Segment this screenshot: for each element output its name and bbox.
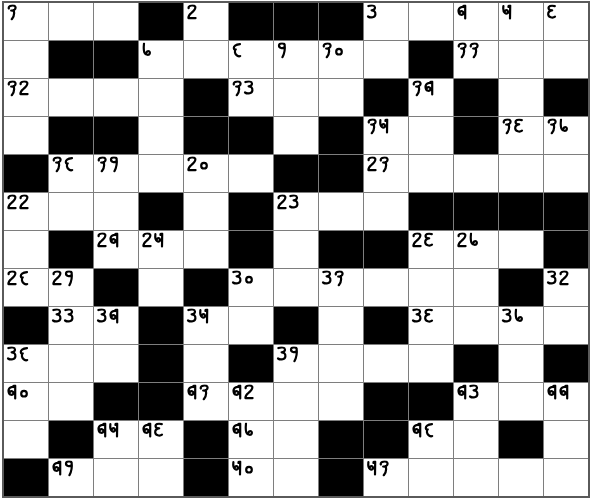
white-cell-r7c10[interactable] xyxy=(409,231,453,268)
black-cell-r13c8 xyxy=(319,459,363,496)
black-cell-r3c13 xyxy=(544,79,588,116)
black-cell-r9c7 xyxy=(274,307,318,344)
black-cell-r1c6 xyxy=(229,3,273,40)
devanagari-digit-7 xyxy=(243,422,255,439)
white-cell-r2c4[interactable] xyxy=(139,41,183,78)
devanagari-digit-4 xyxy=(108,232,120,249)
white-cell-r10c8[interactable] xyxy=(319,345,363,382)
black-cell-r6c13 xyxy=(544,193,588,230)
white-cell-r10c7[interactable] xyxy=(274,345,318,382)
white-cell-r5c11[interactable] xyxy=(454,155,498,192)
white-cell-r7c4[interactable] xyxy=(139,231,183,268)
black-cell-r4c3 xyxy=(94,117,138,154)
devanagari-digit-6 xyxy=(513,118,525,135)
white-cell-r4c13[interactable] xyxy=(544,117,588,154)
black-cell-r5c7 xyxy=(274,155,318,192)
white-cell-r6c7[interactable] xyxy=(274,193,318,230)
devanagari-digit-4 xyxy=(231,422,243,439)
white-cell-r1c10[interactable] xyxy=(409,3,453,40)
white-cell-r2c11[interactable] xyxy=(454,41,498,78)
white-cell-r8c6[interactable] xyxy=(229,269,273,306)
white-cell-r3c8[interactable] xyxy=(319,79,363,116)
white-cell-r7c7[interactable] xyxy=(274,231,318,268)
devanagari-digit-2 xyxy=(276,194,288,211)
white-cell-r6c9[interactable] xyxy=(364,193,408,230)
white-cell-r7c1[interactable] xyxy=(4,231,48,268)
white-cell-r13c7[interactable] xyxy=(274,459,318,496)
devanagari-digit-8 xyxy=(18,346,30,363)
devanagari-digit-1 xyxy=(378,156,390,173)
devanagari-digit-4 xyxy=(6,384,18,401)
black-cell-r6c10 xyxy=(409,193,453,230)
devanagari-digit-1 xyxy=(456,42,468,59)
white-cell-r5c3[interactable] xyxy=(94,155,138,192)
white-cell-r4c1[interactable] xyxy=(4,117,48,154)
black-cell-r7c9 xyxy=(364,231,408,268)
clue-number-36 xyxy=(411,308,435,325)
white-cell-r5c5[interactable] xyxy=(184,155,228,192)
white-cell-r2c8[interactable] xyxy=(319,41,363,78)
devanagari-digit-2 xyxy=(18,80,30,97)
black-cell-r3c5 xyxy=(184,79,228,116)
devanagari-digit-5 xyxy=(153,232,165,249)
black-cell-r11c3 xyxy=(94,383,138,420)
clue-number-10 xyxy=(321,42,345,59)
white-cell-r11c2[interactable] xyxy=(49,383,93,420)
devanagari-digit-4 xyxy=(108,308,120,325)
devanagari-digit-5 xyxy=(231,460,243,477)
white-cell-r3c12[interactable] xyxy=(499,79,543,116)
clue-number-1 xyxy=(6,4,18,21)
black-cell-r12c12 xyxy=(499,421,543,458)
white-cell-r4c9[interactable] xyxy=(364,117,408,154)
devanagari-digit-1 xyxy=(333,270,345,287)
devanagari-digit-5 xyxy=(501,4,513,21)
devanagari-digit-3 xyxy=(501,308,513,325)
black-cell-r8c3 xyxy=(94,269,138,306)
devanagari-digit-5 xyxy=(108,422,120,439)
devanagari-digit-2 xyxy=(6,270,18,287)
white-cell-r8c11[interactable] xyxy=(454,269,498,306)
white-cell-r3c3[interactable] xyxy=(94,79,138,116)
devanagari-digit-9 xyxy=(288,346,300,363)
devanagari-digit-0 xyxy=(243,460,255,477)
white-cell-r1c12[interactable] xyxy=(499,3,543,40)
white-cell-r8c8[interactable] xyxy=(319,269,363,306)
devanagari-digit-3 xyxy=(6,346,18,363)
black-cell-r4c2 xyxy=(49,117,93,154)
clue-number-49 xyxy=(51,460,75,477)
devanagari-digit-2 xyxy=(51,270,63,287)
white-cell-r11c12[interactable] xyxy=(499,383,543,420)
white-cell-r11c6[interactable] xyxy=(229,383,273,420)
clue-number-42 xyxy=(231,384,255,401)
black-cell-r3c11 xyxy=(454,79,498,116)
black-cell-r4c6 xyxy=(229,117,273,154)
white-cell-r5c10[interactable] xyxy=(409,155,453,192)
white-cell-r1c2[interactable] xyxy=(49,3,93,40)
devanagari-digit-9 xyxy=(108,156,120,173)
clue-number-51 xyxy=(366,460,390,477)
black-cell-r6c12 xyxy=(499,193,543,230)
white-cell-r1c5[interactable] xyxy=(184,3,228,40)
white-cell-r2c13[interactable] xyxy=(544,41,588,78)
black-cell-r11c10 xyxy=(409,383,453,420)
white-cell-r10c10[interactable] xyxy=(409,345,453,382)
white-cell-r4c4[interactable] xyxy=(139,117,183,154)
clue-number-14 xyxy=(411,80,435,97)
white-cell-r5c9[interactable] xyxy=(364,155,408,192)
devanagari-digit-1 xyxy=(411,80,423,97)
clue-number-31 xyxy=(321,270,345,287)
devanagari-digit-4 xyxy=(411,422,423,439)
devanagari-digit-1 xyxy=(378,460,390,477)
clue-number-11 xyxy=(456,42,480,59)
clue-number-15 xyxy=(366,118,390,135)
white-cell-r4c10[interactable] xyxy=(409,117,453,154)
devanagari-digit-1 xyxy=(231,80,243,97)
devanagari-digit-8 xyxy=(18,270,30,287)
white-cell-r7c11[interactable] xyxy=(454,231,498,268)
white-cell-r7c3[interactable] xyxy=(94,231,138,268)
devanagari-digit-2 xyxy=(141,232,153,249)
white-cell-r13c11[interactable] xyxy=(454,459,498,496)
white-cell-r5c13[interactable] xyxy=(544,155,588,192)
devanagari-digit-8 xyxy=(231,42,243,59)
devanagari-digit-1 xyxy=(366,118,378,135)
black-cell-r13c1 xyxy=(4,459,48,496)
devanagari-digit-7 xyxy=(513,308,525,325)
white-cell-r12c10[interactable] xyxy=(409,421,453,458)
white-cell-r9c8[interactable] xyxy=(319,307,363,344)
devanagari-digit-2 xyxy=(96,232,108,249)
devanagari-digit-8 xyxy=(423,422,435,439)
clue-number-20 xyxy=(186,156,210,173)
black-cell-r6c6 xyxy=(229,193,273,230)
devanagari-digit-2 xyxy=(366,156,378,173)
white-cell-r2c9[interactable] xyxy=(364,41,408,78)
black-cell-r10c4 xyxy=(139,345,183,382)
white-cell-r12c4[interactable] xyxy=(139,421,183,458)
clue-number-34 xyxy=(96,308,120,325)
white-cell-r13c9[interactable] xyxy=(364,459,408,496)
devanagari-digit-1 xyxy=(51,156,63,173)
devanagari-digit-8 xyxy=(63,156,75,173)
white-cell-r11c5[interactable] xyxy=(184,383,228,420)
white-cell-r12c13[interactable] xyxy=(544,421,588,458)
devanagari-digit-6 xyxy=(423,232,435,249)
white-cell-r10c12[interactable] xyxy=(499,345,543,382)
devanagari-digit-1 xyxy=(6,4,18,21)
white-cell-r13c4[interactable] xyxy=(139,459,183,496)
white-cell-r1c13[interactable] xyxy=(544,3,588,40)
devanagari-digit-1 xyxy=(96,156,108,173)
devanagari-digit-1 xyxy=(198,384,210,401)
devanagari-digit-2 xyxy=(18,194,30,211)
clue-number-26 xyxy=(411,232,435,249)
devanagari-digit-7 xyxy=(558,118,570,135)
clue-number-39 xyxy=(276,346,300,363)
black-cell-r8c5 xyxy=(184,269,228,306)
white-cell-r12c7[interactable] xyxy=(274,421,318,458)
clue-number-33 xyxy=(51,308,75,325)
white-cell-r6c5[interactable] xyxy=(184,193,228,230)
white-cell-r3c2[interactable] xyxy=(49,79,93,116)
white-cell-r7c12[interactable] xyxy=(499,231,543,268)
white-cell-r7c5[interactable] xyxy=(184,231,228,268)
black-cell-r4c11 xyxy=(454,117,498,154)
white-cell-r13c2[interactable] xyxy=(49,459,93,496)
white-cell-r8c10[interactable] xyxy=(409,269,453,306)
clue-number-25 xyxy=(141,232,165,249)
devanagari-digit-3 xyxy=(546,270,558,287)
white-cell-r3c1[interactable] xyxy=(4,79,48,116)
black-cell-r9c9 xyxy=(364,307,408,344)
devanagari-digit-4 xyxy=(186,384,198,401)
devanagari-digit-3 xyxy=(243,80,255,97)
black-cell-r13c5 xyxy=(184,459,228,496)
devanagari-digit-2 xyxy=(411,232,423,249)
white-cell-r6c3[interactable] xyxy=(94,193,138,230)
black-cell-r7c13 xyxy=(544,231,588,268)
white-cell-r8c4[interactable] xyxy=(139,269,183,306)
white-cell-r9c2[interactable] xyxy=(49,307,93,344)
devanagari-digit-3 xyxy=(468,384,480,401)
devanagari-digit-3 xyxy=(411,308,423,325)
white-cell-r4c7[interactable] xyxy=(274,117,318,154)
white-cell-r3c7[interactable] xyxy=(274,79,318,116)
devanagari-digit-3 xyxy=(63,308,75,325)
white-cell-r10c5[interactable] xyxy=(184,345,228,382)
black-cell-r12c9 xyxy=(364,421,408,458)
clue-number-50 xyxy=(231,460,255,477)
black-cell-r1c8 xyxy=(319,3,363,40)
white-cell-r11c13[interactable] xyxy=(544,383,588,420)
white-cell-r11c7[interactable] xyxy=(274,383,318,420)
devanagari-digit-2 xyxy=(456,232,468,249)
black-cell-r4c8 xyxy=(319,117,363,154)
clue-number-6 xyxy=(546,4,558,21)
white-cell-r6c1[interactable] xyxy=(4,193,48,230)
white-cell-r8c9[interactable] xyxy=(364,269,408,306)
white-cell-r12c11[interactable] xyxy=(454,421,498,458)
white-cell-r13c10[interactable] xyxy=(409,459,453,496)
devanagari-digit-1 xyxy=(321,42,333,59)
white-cell-r10c9[interactable] xyxy=(364,345,408,382)
black-cell-r11c9 xyxy=(364,383,408,420)
clue-number-16 xyxy=(501,118,525,135)
black-cell-r7c6 xyxy=(229,231,273,268)
white-cell-r9c6[interactable] xyxy=(229,307,273,344)
devanagari-digit-4 xyxy=(423,80,435,97)
white-cell-r5c2[interactable] xyxy=(49,155,93,192)
white-cell-r6c2[interactable] xyxy=(49,193,93,230)
devanagari-digit-5 xyxy=(198,308,210,325)
devanagari-digit-3 xyxy=(366,4,378,21)
black-cell-r2c3 xyxy=(94,41,138,78)
clue-number-38 xyxy=(6,346,30,363)
devanagari-digit-9 xyxy=(276,42,288,59)
devanagari-digit-3 xyxy=(96,308,108,325)
devanagari-digit-4 xyxy=(51,460,63,477)
devanagari-digit-2 xyxy=(558,270,570,287)
devanagari-digit-1 xyxy=(6,80,18,97)
white-cell-r11c8[interactable] xyxy=(319,383,363,420)
devanagari-digit-3 xyxy=(321,270,333,287)
clue-number-21 xyxy=(366,156,390,173)
devanagari-digit-6 xyxy=(153,422,165,439)
crossword-grid xyxy=(2,1,590,498)
white-cell-r3c4[interactable] xyxy=(139,79,183,116)
clue-number-40 xyxy=(6,384,30,401)
black-cell-r9c1 xyxy=(4,307,48,344)
black-cell-r6c11 xyxy=(454,193,498,230)
black-cell-r1c4 xyxy=(139,3,183,40)
white-cell-r5c6[interactable] xyxy=(229,155,273,192)
white-cell-r1c11[interactable] xyxy=(454,3,498,40)
devanagari-digit-0 xyxy=(198,156,210,173)
white-cell-r5c12[interactable] xyxy=(499,155,543,192)
clue-number-41 xyxy=(186,384,210,401)
devanagari-digit-2 xyxy=(243,384,255,401)
white-cell-r8c13[interactable] xyxy=(544,269,588,306)
white-cell-r8c7[interactable] xyxy=(274,269,318,306)
white-cell-r3c6[interactable] xyxy=(229,79,273,116)
white-cell-r1c1[interactable] xyxy=(4,3,48,40)
white-cell-r1c9[interactable] xyxy=(364,3,408,40)
clue-number-22 xyxy=(6,194,30,211)
devanagari-digit-9 xyxy=(63,270,75,287)
black-cell-r3c9 xyxy=(364,79,408,116)
devanagari-digit-0 xyxy=(18,384,30,401)
white-cell-r6c8[interactable] xyxy=(319,193,363,230)
clue-number-29 xyxy=(51,270,75,287)
clue-number-7 xyxy=(141,42,153,59)
clue-number-5 xyxy=(501,4,513,21)
black-cell-r11c4 xyxy=(139,383,183,420)
devanagari-digit-7 xyxy=(141,42,153,59)
white-cell-r12c1[interactable] xyxy=(4,421,48,458)
devanagari-digit-1 xyxy=(501,118,513,135)
white-cell-r9c11[interactable] xyxy=(454,307,498,344)
clue-number-13 xyxy=(231,80,255,97)
white-cell-r2c12[interactable] xyxy=(499,41,543,78)
black-cell-r10c13 xyxy=(544,345,588,382)
white-cell-r13c12[interactable] xyxy=(499,459,543,496)
black-cell-r12c5 xyxy=(184,421,228,458)
white-cell-r2c1[interactable] xyxy=(4,41,48,78)
white-cell-r2c6[interactable] xyxy=(229,41,273,78)
white-cell-r2c7[interactable] xyxy=(274,41,318,78)
clue-number-27 xyxy=(456,232,480,249)
devanagari-digit-4 xyxy=(546,384,558,401)
white-cell-r13c13[interactable] xyxy=(544,459,588,496)
clue-number-8 xyxy=(231,42,243,59)
black-cell-r12c2 xyxy=(49,421,93,458)
devanagari-digit-2 xyxy=(6,194,18,211)
black-cell-r7c8 xyxy=(319,231,363,268)
devanagari-digit-4 xyxy=(456,384,468,401)
white-cell-r9c5[interactable] xyxy=(184,307,228,344)
clue-number-44 xyxy=(546,384,570,401)
black-cell-r10c11 xyxy=(454,345,498,382)
devanagari-digit-4 xyxy=(231,384,243,401)
clue-number-30 xyxy=(231,270,255,287)
white-cell-r9c10[interactable] xyxy=(409,307,453,344)
devanagari-digit-9 xyxy=(63,460,75,477)
black-cell-r2c2 xyxy=(49,41,93,78)
black-cell-r7c2 xyxy=(49,231,93,268)
devanagari-digit-0 xyxy=(333,42,345,59)
devanagari-digit-5 xyxy=(366,460,378,477)
white-cell-r9c13[interactable] xyxy=(544,307,588,344)
clue-number-45 xyxy=(96,422,120,439)
white-cell-r5c4[interactable] xyxy=(139,155,183,192)
white-cell-r11c11[interactable] xyxy=(454,383,498,420)
white-cell-r10c2[interactable] xyxy=(49,345,93,382)
clue-number-2 xyxy=(186,4,198,21)
clue-number-9 xyxy=(276,42,288,59)
clue-number-12 xyxy=(6,80,30,97)
devanagari-digit-5 xyxy=(378,118,390,135)
devanagari-digit-4 xyxy=(558,384,570,401)
white-cell-r1c3[interactable] xyxy=(94,3,138,40)
white-cell-r10c1[interactable] xyxy=(4,345,48,382)
devanagari-digit-3 xyxy=(51,308,63,325)
black-cell-r6c4 xyxy=(139,193,183,230)
devanagari-digit-7 xyxy=(468,232,480,249)
clue-number-23 xyxy=(276,194,300,211)
clue-number-48 xyxy=(411,422,435,439)
devanagari-digit-4 xyxy=(96,422,108,439)
white-cell-r9c3[interactable] xyxy=(94,307,138,344)
black-cell-r5c8 xyxy=(319,155,363,192)
devanagari-digit-3 xyxy=(288,194,300,211)
clue-number-43 xyxy=(456,384,480,401)
devanagari-digit-6 xyxy=(423,308,435,325)
white-cell-r2c5[interactable] xyxy=(184,41,228,78)
clue-number-46 xyxy=(141,422,165,439)
white-cell-r3c10[interactable] xyxy=(409,79,453,116)
clue-number-17 xyxy=(546,118,570,135)
black-cell-r9c4 xyxy=(139,307,183,344)
white-cell-r12c6[interactable] xyxy=(229,421,273,458)
black-cell-r12c8 xyxy=(319,421,363,458)
white-cell-r11c1[interactable] xyxy=(4,383,48,420)
clue-number-18 xyxy=(51,156,75,173)
white-cell-r12c3[interactable] xyxy=(94,421,138,458)
devanagari-digit-1 xyxy=(468,42,480,59)
clue-number-32 xyxy=(546,270,570,287)
white-cell-r8c1[interactable] xyxy=(4,269,48,306)
devanagari-digit-0 xyxy=(243,270,255,287)
clue-number-37 xyxy=(501,308,525,325)
white-cell-r8c2[interactable] xyxy=(49,269,93,306)
devanagari-digit-3 xyxy=(276,346,288,363)
devanagari-digit-4 xyxy=(456,4,468,21)
white-cell-r10c3[interactable] xyxy=(94,345,138,382)
black-cell-r10c6 xyxy=(229,345,273,382)
white-cell-r13c6[interactable] xyxy=(229,459,273,496)
white-cell-r9c12[interactable] xyxy=(499,307,543,344)
devanagari-digit-1 xyxy=(546,118,558,135)
black-cell-r8c12 xyxy=(499,269,543,306)
clue-number-47 xyxy=(231,422,255,439)
clue-number-35 xyxy=(186,308,210,325)
white-cell-r4c12[interactable] xyxy=(499,117,543,154)
white-cell-r13c3[interactable] xyxy=(94,459,138,496)
devanagari-digit-2 xyxy=(186,4,198,21)
